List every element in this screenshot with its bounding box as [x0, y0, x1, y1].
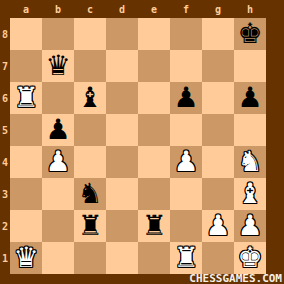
- square-g7[interactable]: [202, 50, 234, 82]
- square-d1[interactable]: [106, 242, 138, 274]
- square-a4[interactable]: [10, 146, 42, 178]
- square-c8[interactable]: [74, 18, 106, 50]
- square-f6[interactable]: ♟: [170, 82, 202, 114]
- square-h7[interactable]: [234, 50, 266, 82]
- square-a7[interactable]: [10, 50, 42, 82]
- square-h1[interactable]: ♚: [234, 242, 266, 274]
- square-f4[interactable]: ♟: [170, 146, 202, 178]
- white-pawn: ♟: [205, 210, 230, 242]
- square-f1[interactable]: ♜: [170, 242, 202, 274]
- black-rook: ♜: [77, 210, 102, 242]
- square-f8[interactable]: [170, 18, 202, 50]
- square-e1[interactable]: [138, 242, 170, 274]
- white-rook: ♜: [173, 242, 198, 274]
- square-c2[interactable]: ♜: [74, 210, 106, 242]
- white-pawn: ♟: [237, 210, 262, 242]
- square-d5[interactable]: [106, 114, 138, 146]
- file-label-g: g: [202, 2, 234, 16]
- square-e4[interactable]: [138, 146, 170, 178]
- square-d4[interactable]: [106, 146, 138, 178]
- square-e2[interactable]: ♜: [138, 210, 170, 242]
- white-pawn: ♟: [173, 146, 198, 178]
- black-rook: ♜: [141, 210, 166, 242]
- square-f7[interactable]: [170, 50, 202, 82]
- square-h6[interactable]: ♟: [234, 82, 266, 114]
- square-b3[interactable]: [42, 178, 74, 210]
- rank-label-8: 8: [0, 18, 10, 50]
- square-b1[interactable]: [42, 242, 74, 274]
- square-g6[interactable]: [202, 82, 234, 114]
- square-g8[interactable]: [202, 18, 234, 50]
- rank-label-4: 4: [0, 146, 10, 178]
- square-c4[interactable]: [74, 146, 106, 178]
- square-e6[interactable]: [138, 82, 170, 114]
- square-h8[interactable]: ♚: [234, 18, 266, 50]
- file-label-c: c: [74, 2, 106, 16]
- square-a8[interactable]: [10, 18, 42, 50]
- rank-label-7: 7: [0, 50, 10, 82]
- square-g5[interactable]: [202, 114, 234, 146]
- square-b5[interactable]: ♟: [42, 114, 74, 146]
- rank-label-2: 2: [0, 210, 10, 242]
- square-d6[interactable]: [106, 82, 138, 114]
- file-label-b: b: [42, 2, 74, 16]
- square-b7[interactable]: ♛: [42, 50, 74, 82]
- square-b6[interactable]: [42, 82, 74, 114]
- white-pawn: ♟: [45, 146, 70, 178]
- square-a5[interactable]: [10, 114, 42, 146]
- square-f5[interactable]: [170, 114, 202, 146]
- square-g1[interactable]: [202, 242, 234, 274]
- square-e8[interactable]: [138, 18, 170, 50]
- square-b8[interactable]: [42, 18, 74, 50]
- chess-diagram: abcdefgh 87654321 ♚♛♜♝♟♟♟♟♟♞♞♝♜♜♟♟♛♜♚ CH…: [0, 0, 284, 284]
- square-c5[interactable]: [74, 114, 106, 146]
- white-bishop: ♝: [237, 178, 262, 210]
- chess-board: ♚♛♜♝♟♟♟♟♟♞♞♝♜♜♟♟♛♜♚: [10, 18, 266, 274]
- square-g3[interactable]: [202, 178, 234, 210]
- square-a3[interactable]: [10, 178, 42, 210]
- square-e5[interactable]: [138, 114, 170, 146]
- square-h4[interactable]: ♞: [234, 146, 266, 178]
- file-label-a: a: [10, 2, 42, 16]
- square-a2[interactable]: [10, 210, 42, 242]
- square-c7[interactable]: [74, 50, 106, 82]
- square-f2[interactable]: [170, 210, 202, 242]
- black-queen: ♛: [45, 50, 70, 82]
- file-label-h: h: [234, 2, 266, 16]
- square-g4[interactable]: [202, 146, 234, 178]
- black-pawn: ♟: [237, 82, 262, 114]
- rank-label-1: 1: [0, 242, 10, 274]
- square-b2[interactable]: [42, 210, 74, 242]
- rank-label-3: 3: [0, 178, 10, 210]
- black-knight: ♞: [77, 178, 102, 210]
- white-knight: ♞: [237, 146, 262, 178]
- square-d2[interactable]: [106, 210, 138, 242]
- square-c1[interactable]: [74, 242, 106, 274]
- square-f3[interactable]: [170, 178, 202, 210]
- white-rook: ♜: [13, 82, 38, 114]
- square-h3[interactable]: ♝: [234, 178, 266, 210]
- square-b4[interactable]: ♟: [42, 146, 74, 178]
- square-c3[interactable]: ♞: [74, 178, 106, 210]
- file-label-f: f: [170, 2, 202, 16]
- file-label-d: d: [106, 2, 138, 16]
- black-pawn: ♟: [173, 82, 198, 114]
- rank-label-5: 5: [0, 114, 10, 146]
- square-a1[interactable]: ♛: [10, 242, 42, 274]
- black-bishop: ♝: [77, 82, 102, 114]
- square-d8[interactable]: [106, 18, 138, 50]
- black-pawn: ♟: [45, 114, 70, 146]
- rank-label-6: 6: [0, 82, 10, 114]
- white-king: ♚: [237, 242, 262, 274]
- square-a6[interactable]: ♜: [10, 82, 42, 114]
- white-queen: ♛: [13, 242, 38, 274]
- square-e3[interactable]: [138, 178, 170, 210]
- square-h2[interactable]: ♟: [234, 210, 266, 242]
- square-c6[interactable]: ♝: [74, 82, 106, 114]
- square-d3[interactable]: [106, 178, 138, 210]
- file-label-e: e: [138, 2, 170, 16]
- site-watermark: CHESSGAMES.COM: [189, 274, 282, 284]
- square-h5[interactable]: [234, 114, 266, 146]
- black-king: ♚: [237, 18, 262, 50]
- square-e7[interactable]: [138, 50, 170, 82]
- square-g2[interactable]: ♟: [202, 210, 234, 242]
- square-d7[interactable]: [106, 50, 138, 82]
